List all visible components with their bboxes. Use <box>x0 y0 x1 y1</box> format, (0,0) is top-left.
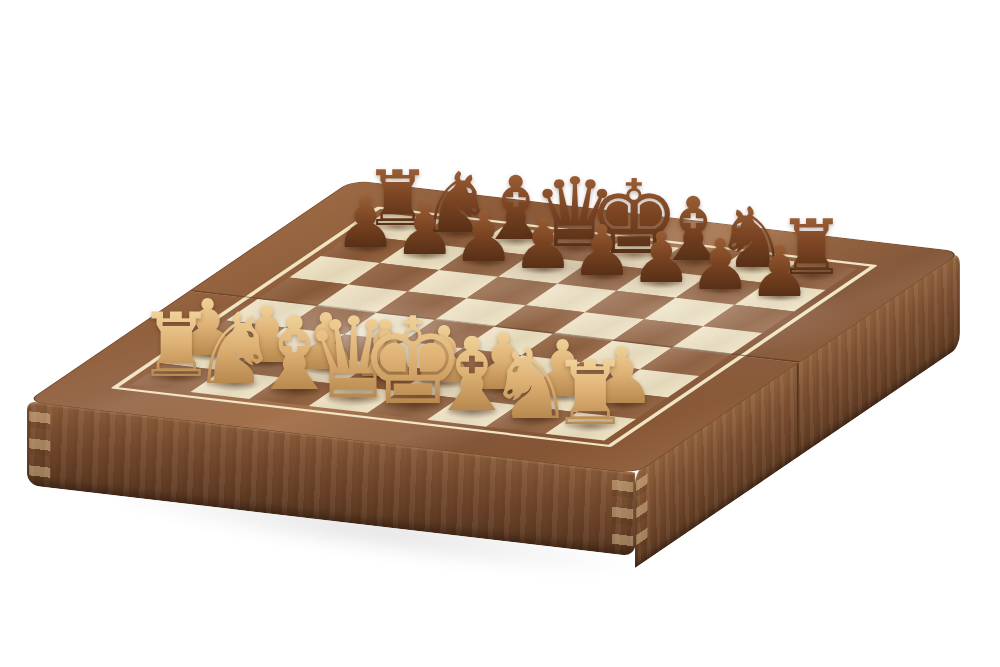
black-pawn-glyph: ♟ <box>393 195 456 265</box>
pieces-layer: ♜♞♝♛♚♝♞♜♟♟♟♟♟♟♟♟♟♟♟♟♟♟♟♟♜♞♝♛♚♝♞♜ <box>0 0 1000 667</box>
black-pawn-glyph: ♟ <box>512 209 575 279</box>
black-pawn-glyph: ♟ <box>689 230 752 300</box>
black-pawn-glyph: ♟ <box>334 188 397 258</box>
black-pawn-glyph: ♟ <box>748 237 811 307</box>
black-pawn-glyph: ♟ <box>453 202 516 272</box>
black-pawn-glyph: ♟ <box>630 223 693 293</box>
black-pawn-glyph: ♟ <box>571 216 634 286</box>
product-photo-scene: ♜♞♝♛♚♝♞♜♟♟♟♟♟♟♟♟♟♟♟♟♟♟♟♟♜♞♝♛♚♝♞♜ <box>0 0 1000 667</box>
white-rook-glyph: ♜ <box>551 350 630 438</box>
